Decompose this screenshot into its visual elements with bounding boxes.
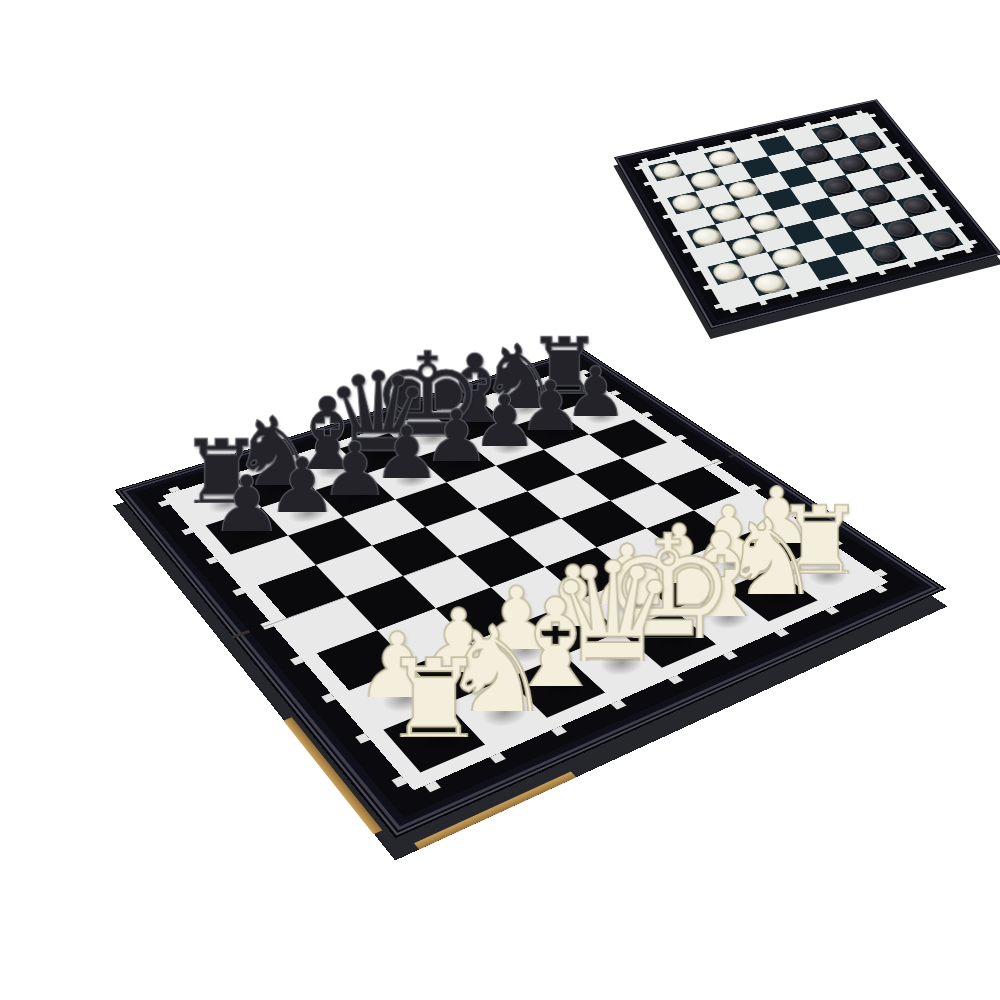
square-a7: ♟ — [205, 507, 287, 554]
chess-board-face: ♜♞♝♛♚♝♞♜♟♟♟♟♟♟♟♟♟♟♟♟♟♟♟♟♜♞♝♛♚♝♞♜ — [134, 357, 921, 818]
checker-square-5-3 — [784, 221, 824, 245]
checkers-board-face — [625, 105, 990, 321]
square-d5 — [425, 509, 510, 556]
checker-square-7-3 — [807, 255, 849, 280]
checker-square-7-7 — [922, 227, 964, 251]
checker-square-6-0 — [707, 259, 748, 285]
chess-border-band: ♜♞♝♛♚♝♞♜♟♟♟♟♟♟♟♟♟♟♟♟♟♟♟♟♜♞♝♛♚♝♞♜ — [162, 368, 888, 790]
checker-white — [747, 212, 782, 233]
checker-black — [843, 209, 878, 230]
checkers-board — [614, 99, 1000, 329]
square-a1: ♜ — [383, 704, 484, 773]
chess-board: ♜♞♝♛♚♝♞♜♟♟♟♟♟♟♟♟♟♟♟♟♟♟♟♟♜♞♝♛♚♝♞♜ — [114, 348, 946, 838]
checkers-grid — [648, 118, 963, 304]
fold-hinge-right — [728, 452, 742, 458]
product-photo-scene: ♜♞♝♛♚♝♞♜♟♟♟♟♟♟♟♟♟♟♟♟♟♟♟♟♜♞♝♛♚♝♞♜ — [0, 0, 1000, 1000]
checker-black — [868, 243, 905, 265]
fold-hinge-left — [231, 630, 250, 638]
